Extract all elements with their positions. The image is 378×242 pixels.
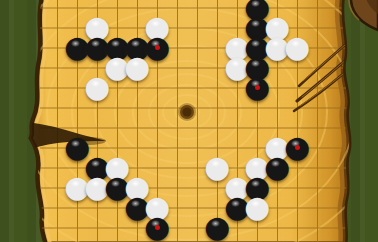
black-stone: ● [247, 78, 267, 98]
stone-highlight [131, 60, 140, 67]
stone-highlight [231, 60, 240, 67]
stone-highlight [231, 40, 240, 47]
stone-highlight [111, 40, 120, 47]
black-stone: ● [207, 218, 227, 238]
stone-highlight [251, 200, 260, 207]
stone-highlight [131, 200, 140, 207]
black-stone: ● [267, 158, 287, 178]
stone-highlight [231, 180, 240, 187]
stone-highlight [211, 220, 220, 227]
stone-highlight [131, 180, 140, 187]
stone-highlight [251, 40, 260, 47]
board-grid[interactable]: ●●●●●●●●●●●●●●●●●●●●●●●●●●●●●●●●●●●●●●●● [47, 0, 327, 238]
stone-highlight [271, 140, 280, 147]
stone-highlight [111, 180, 120, 187]
game-scene: ●●●●●●●●●●●●●●●●●●●●●●●●●●●●●●●●●●●●●●●● [0, 0, 378, 242]
stone-highlight [71, 140, 80, 147]
tree-branch [349, 0, 378, 30]
stone-highlight [71, 40, 80, 47]
red-dot-marker [255, 85, 260, 90]
black-stone: ● [147, 218, 167, 238]
stone-highlight [111, 60, 120, 67]
stone-highlight [251, 60, 260, 67]
black-stone: ● [147, 38, 167, 58]
red-dot-marker [155, 225, 160, 230]
stone-highlight [211, 160, 220, 167]
stone-highlight [91, 80, 100, 87]
stone-highlight [291, 40, 300, 47]
stone-highlight [231, 200, 240, 207]
stone-highlight [271, 20, 280, 27]
stone-highlight [71, 180, 80, 187]
red-dot-marker [155, 45, 160, 50]
stone-highlight [91, 20, 100, 27]
stone-highlight [91, 40, 100, 47]
stone-highlight [251, 0, 260, 7]
white-stone: ● [287, 38, 307, 58]
white-stone: ● [127, 58, 147, 78]
stone-highlight [91, 180, 100, 187]
stone-highlight [131, 40, 140, 47]
stone-highlight [111, 160, 120, 167]
red-dot-marker [295, 145, 300, 150]
black-stone: ● [287, 138, 307, 158]
stone-highlight [251, 160, 260, 167]
stone-highlight [271, 160, 280, 167]
white-stone: ● [247, 198, 267, 218]
stone-highlight [251, 180, 260, 187]
stone-highlight [91, 160, 100, 167]
stone-highlight [151, 20, 160, 27]
stone-highlight [251, 20, 260, 27]
stone-highlight [151, 200, 160, 207]
stone-highlight [271, 40, 280, 47]
white-stone: ● [87, 78, 107, 98]
